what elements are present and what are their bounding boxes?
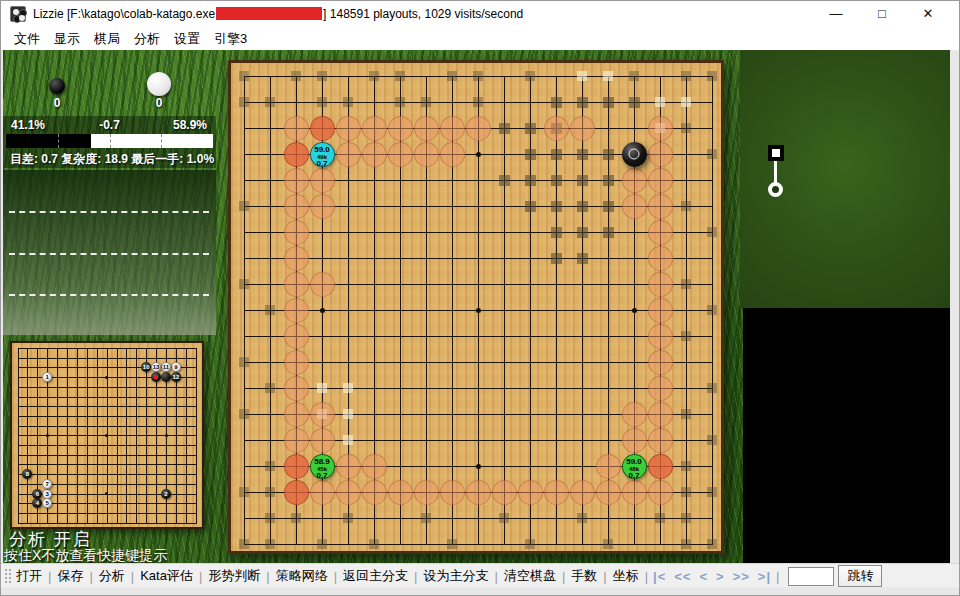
ownership-square-black xyxy=(681,461,691,471)
ownership-square-black xyxy=(265,539,275,549)
policy-suggestion-circle[interactable] xyxy=(648,428,673,453)
menu-bar: 文件显示棋局分析设置引擎3 xyxy=(0,28,960,51)
ownership-square-black xyxy=(681,409,691,419)
ownership-square-black xyxy=(447,71,457,81)
policy-suggestion-circle[interactable] xyxy=(284,402,309,427)
policy-suggestion-circle[interactable] xyxy=(284,220,309,245)
ownership-square-black xyxy=(681,71,691,81)
ownership-square-black xyxy=(525,539,535,549)
toolbar-button-coordinates[interactable]: 坐标 xyxy=(608,567,644,585)
sub-grid-line-h xyxy=(18,455,197,456)
ownership-square-black xyxy=(551,149,562,160)
ownership-square-black xyxy=(577,97,588,108)
move-number-label: 12 xyxy=(173,374,180,380)
policy-suggestion-circle[interactable] xyxy=(284,194,309,219)
policy-suggestion-circle[interactable] xyxy=(336,116,361,141)
white-winrate: 58.9% xyxy=(173,118,207,132)
menu-item-game[interactable]: 棋局 xyxy=(94,28,120,50)
sub-stone-black: 4 xyxy=(32,498,42,508)
toolbar-button-set-main-branch[interactable]: 设为主分支 xyxy=(418,567,493,585)
ownership-square-black xyxy=(525,71,535,81)
ownership-square-white xyxy=(577,71,587,81)
current-move-red-marker xyxy=(154,375,158,379)
ownership-square-black xyxy=(707,435,717,445)
sub-star-point xyxy=(105,492,108,495)
policy-suggestion-circle[interactable] xyxy=(648,116,673,141)
sub-stone-black xyxy=(151,372,161,382)
move-number-label: 3 xyxy=(46,491,49,497)
toolbar-button-policy-network[interactable]: 策略网络 xyxy=(271,567,333,585)
candidate-score: 0.7 xyxy=(311,160,334,168)
lizzie-app-icon xyxy=(10,6,26,22)
policy-suggestion-circle[interactable] xyxy=(648,220,673,245)
ownership-square-black xyxy=(681,279,691,289)
ownership-square-black xyxy=(291,513,301,523)
ownership-square-black xyxy=(577,513,587,523)
policy-suggestion-circle-strong[interactable] xyxy=(284,480,309,505)
toolbar-button-move-number[interactable]: 手数 xyxy=(566,567,602,585)
sub-stone-black: 6 xyxy=(32,489,42,499)
toolbar-separator: | xyxy=(775,569,780,584)
sub-grid-line-h xyxy=(18,474,197,475)
content-area: 0 0 41.1% -0.7 58.9% 目差: 0.7 复杂度: 18.9 最… xyxy=(3,50,950,563)
white-capture-count: 0 xyxy=(144,96,174,110)
ownership-square-black xyxy=(577,175,588,186)
menu-item-analyze[interactable]: 分析 xyxy=(134,28,160,50)
toolbar-button-kata-eval[interactable]: Kata评估 xyxy=(135,567,198,585)
policy-suggestion-circle[interactable] xyxy=(648,168,673,193)
policy-suggestion-circle[interactable] xyxy=(648,298,673,323)
move-number-label: 13 xyxy=(153,364,160,370)
policy-suggestion-circle[interactable] xyxy=(570,116,595,141)
ownership-square-black xyxy=(395,71,405,81)
ownership-square-black xyxy=(447,539,457,549)
policy-suggestion-circle[interactable] xyxy=(310,272,335,297)
ownership-square-black xyxy=(577,149,588,160)
sub-star-point xyxy=(46,434,49,437)
toolbar-nav-back-button[interactable]: < xyxy=(695,569,712,584)
comment-panel[interactable] xyxy=(743,308,950,563)
ownership-square-black xyxy=(499,175,510,186)
menu-item-settings[interactable]: 设置 xyxy=(174,28,200,50)
move-number-label: 7 xyxy=(46,481,49,487)
winrate-bar-black-fill xyxy=(6,134,91,148)
policy-suggestion-circle[interactable] xyxy=(284,272,309,297)
policy-suggestion-circle[interactable] xyxy=(622,194,647,219)
policy-suggestion-circle[interactable] xyxy=(648,376,673,401)
move-number-label: 1 xyxy=(46,374,49,380)
ownership-square-black xyxy=(603,539,613,549)
sub-grid-line-v xyxy=(146,348,147,524)
ownership-square-black xyxy=(525,149,536,160)
menu-item-file[interactable]: 文件 xyxy=(14,28,40,50)
sub-grid-line-h xyxy=(18,445,197,446)
policy-suggestion-circle[interactable] xyxy=(570,480,595,505)
ownership-square-black xyxy=(629,71,639,81)
sub-star-point xyxy=(105,376,108,379)
graph-gridline-25 xyxy=(9,211,209,213)
sub-grid-line-v xyxy=(186,348,187,524)
policy-suggestion-circle[interactable] xyxy=(440,480,465,505)
candidate-winrate: 59.0 xyxy=(623,458,646,466)
ownership-square-black xyxy=(603,97,614,108)
candidate-move-D16[interactable]: 59.049k0.7 xyxy=(310,142,335,167)
policy-suggestion-circle[interactable] xyxy=(362,480,387,505)
ownership-square-black xyxy=(343,97,353,107)
ownership-square-black xyxy=(681,487,691,497)
grid-line-h xyxy=(244,362,713,363)
policy-suggestion-circle[interactable] xyxy=(518,480,543,505)
window-bottom-frame xyxy=(0,587,960,596)
candidate-move-D4[interactable]: 58.945k0.7 xyxy=(310,454,335,479)
ownership-square-black xyxy=(499,513,509,523)
toolbar-nav-forward-button[interactable]: > xyxy=(712,569,729,584)
ownership-square-black xyxy=(239,279,249,289)
policy-suggestion-circle[interactable] xyxy=(648,142,673,167)
move-tree-panel[interactable] xyxy=(740,50,950,308)
toolbar-button-open[interactable]: 打开 xyxy=(11,567,47,585)
ownership-square-black xyxy=(421,513,431,523)
winrate-bar-tick-75 xyxy=(161,134,162,148)
policy-suggestion-circle[interactable] xyxy=(336,480,361,505)
hotkey-hint-text: 按住X不放查看快捷键提示 xyxy=(4,547,167,563)
policy-suggestion-circle[interactable] xyxy=(466,116,491,141)
winrate-bar-tick-50 xyxy=(110,134,111,148)
move-number-label: 8 xyxy=(26,471,29,477)
ownership-square-black xyxy=(317,97,327,107)
ownership-square-white xyxy=(343,383,353,393)
ownership-square-black xyxy=(681,513,691,523)
ownership-square-black xyxy=(265,305,275,315)
ownership-square-black xyxy=(395,97,405,107)
ownership-square-black xyxy=(707,487,717,497)
ownership-square-black xyxy=(603,201,614,212)
main-board[interactable]: 59.049k0.758.945k0.759.048k0.7 xyxy=(228,60,724,554)
policy-suggestion-circle[interactable] xyxy=(622,402,647,427)
policy-suggestion-circle[interactable] xyxy=(284,116,309,141)
ownership-square-black xyxy=(629,97,640,108)
policy-suggestion-circle-strong[interactable] xyxy=(310,116,335,141)
policy-suggestion-circle[interactable] xyxy=(284,376,309,401)
grid-line-v xyxy=(504,76,505,545)
ownership-square-black xyxy=(265,461,275,471)
ownership-square-white xyxy=(603,71,613,81)
policy-suggestion-circle[interactable] xyxy=(414,480,439,505)
policy-suggestion-circle[interactable] xyxy=(362,142,387,167)
policy-suggestion-circle[interactable] xyxy=(596,480,621,505)
toolbar-nav-last-button[interactable]: >| xyxy=(754,569,775,584)
title-bar: Lizzie [F:\katago\colab-katago.exe] 1485… xyxy=(0,0,960,28)
policy-suggestion-circle[interactable] xyxy=(388,116,413,141)
ownership-square-black xyxy=(265,513,275,523)
minimize-button[interactable]: — xyxy=(821,4,851,24)
ownership-square-black xyxy=(291,71,301,81)
policy-suggestion-circle[interactable] xyxy=(648,194,673,219)
ownership-square-black xyxy=(317,71,327,81)
ownership-square-black xyxy=(239,409,249,419)
toolbar-button-analyze[interactable]: 分析 xyxy=(94,567,130,585)
policy-suggestion-circle[interactable] xyxy=(284,168,309,193)
policy-suggestion-circle[interactable] xyxy=(388,480,413,505)
policy-suggestion-circle[interactable] xyxy=(622,428,647,453)
policy-suggestion-circle[interactable] xyxy=(648,324,673,349)
grid-line-h xyxy=(244,388,713,389)
ownership-square-black xyxy=(707,71,717,81)
ownership-square-black xyxy=(577,253,588,264)
move-number-label: 9 xyxy=(174,364,177,370)
ownership-square-black xyxy=(265,97,275,107)
redacted-block xyxy=(216,7,322,20)
ownership-square-black xyxy=(473,97,483,107)
policy-suggestion-circle[interactable] xyxy=(310,168,335,193)
sub-star-point xyxy=(105,434,108,437)
ownership-square-black xyxy=(369,71,379,81)
move-number-label: 5 xyxy=(46,500,49,506)
policy-suggestion-circle[interactable] xyxy=(414,116,439,141)
candidate-winrate: 58.9 xyxy=(311,458,334,466)
policy-suggestion-circle[interactable] xyxy=(284,298,309,323)
ownership-square-black xyxy=(551,97,562,108)
bottom-toolbar: 打开|保存|分析|Kata评估|形势判断|策略网络|返回主分支|设为主分支|清空… xyxy=(0,563,960,588)
policy-suggestion-circle[interactable] xyxy=(596,454,621,479)
sub-stone-black: 2 xyxy=(161,489,171,499)
jump-move-input[interactable] xyxy=(788,567,834,586)
ownership-square-black xyxy=(343,513,353,523)
move-tree-current-node[interactable] xyxy=(768,182,783,197)
ownership-square-black xyxy=(525,175,536,186)
ownership-square-black xyxy=(551,201,562,212)
ownership-square-black xyxy=(707,383,717,393)
toolbar-button-save[interactable]: 保存 xyxy=(52,567,88,585)
ownership-square-black xyxy=(577,227,588,238)
policy-suggestion-circle[interactable] xyxy=(544,116,569,141)
policy-suggestion-circle[interactable] xyxy=(362,116,387,141)
ownership-square-white xyxy=(343,435,353,445)
ownership-square-black xyxy=(681,331,691,341)
grid-line-v xyxy=(530,76,531,545)
ownership-square-black xyxy=(551,175,562,186)
policy-suggestion-circle[interactable] xyxy=(362,454,387,479)
ownership-square-black xyxy=(239,71,249,81)
graph-gridline-50 xyxy=(9,253,209,255)
policy-suggestion-circle-strong[interactable] xyxy=(284,454,309,479)
winrate-bar xyxy=(6,134,213,148)
ownership-square-black xyxy=(239,201,249,211)
sub-grid-line-h xyxy=(18,513,197,514)
policy-suggestion-circle[interactable] xyxy=(648,402,673,427)
ownership-square-black xyxy=(239,487,249,497)
policy-suggestion-circle[interactable] xyxy=(336,142,361,167)
ownership-square-black xyxy=(603,149,614,160)
policy-suggestion-circle[interactable] xyxy=(336,454,361,479)
policy-suggestion-circle[interactable] xyxy=(310,480,335,505)
sub-stone-black xyxy=(161,372,171,382)
star-point xyxy=(476,308,481,313)
move-number-label: 6 xyxy=(36,491,39,497)
sub-stone-white: 9 xyxy=(171,362,181,372)
candidate-move-Q4[interactable]: 59.048k0.7 xyxy=(622,454,647,479)
ownership-square-black xyxy=(239,357,249,367)
policy-suggestion-circle[interactable] xyxy=(440,116,465,141)
sub-stone-white: 3 xyxy=(42,489,52,499)
ownership-square-black xyxy=(525,123,536,134)
maximize-button[interactable]: □ xyxy=(867,4,897,24)
ownership-square-black xyxy=(265,383,275,393)
ownership-square-black xyxy=(473,71,483,81)
stone-black-Q16[interactable] xyxy=(622,142,647,167)
policy-suggestion-circle[interactable] xyxy=(466,480,491,505)
sub-stone-black: 10 xyxy=(141,362,151,372)
policy-suggestion-circle[interactable] xyxy=(648,350,673,375)
policy-suggestion-circle[interactable] xyxy=(284,324,309,349)
sub-stone-white: 7 xyxy=(42,479,52,489)
sub-grid-line-v xyxy=(136,348,137,524)
policy-suggestion-circle[interactable] xyxy=(310,194,335,219)
policy-suggestion-circle[interactable] xyxy=(310,402,335,427)
ownership-square-black xyxy=(239,539,249,549)
ownership-square-black xyxy=(499,123,510,134)
policy-suggestion-circle[interactable] xyxy=(284,246,309,271)
sub-stone-black: 12 xyxy=(171,372,181,382)
toolbar-nav-first-button[interactable]: |< xyxy=(649,569,670,584)
sub-stone-white: 5 xyxy=(42,498,52,508)
sub-stone-black: 8 xyxy=(22,469,32,479)
black-capture-count: 0 xyxy=(42,96,72,110)
star-point xyxy=(320,308,325,313)
ownership-square-black xyxy=(707,149,717,159)
ownership-square-black xyxy=(265,487,275,497)
ownership-square-black xyxy=(681,539,691,549)
move-number-label: 2 xyxy=(164,491,167,497)
ownership-square-black xyxy=(551,253,562,264)
policy-suggestion-circle[interactable] xyxy=(388,142,413,167)
sub-grid-line-v xyxy=(117,348,118,524)
policy-suggestion-circle[interactable] xyxy=(622,168,647,193)
star-point xyxy=(476,464,481,469)
move-number-label: 11 xyxy=(163,364,169,370)
policy-suggestion-circle[interactable] xyxy=(284,350,309,375)
policy-suggestion-circle[interactable] xyxy=(492,480,517,505)
candidate-winrate: 59.0 xyxy=(311,146,334,154)
sub-stone-white: 11 xyxy=(161,362,171,372)
winrate-bar-tick-25 xyxy=(58,134,59,148)
star-point xyxy=(476,152,481,157)
menu-item-view[interactable]: 显示 xyxy=(54,28,80,50)
sub-grid-line-v xyxy=(196,348,197,524)
last-move-marker xyxy=(629,149,640,160)
ownership-square-black xyxy=(681,201,691,211)
sub-star-point xyxy=(165,434,168,437)
policy-suggestion-circle[interactable] xyxy=(622,480,647,505)
ownership-square-white xyxy=(343,409,353,419)
toolbar-button-territory-judge[interactable]: 形势判断 xyxy=(203,567,265,585)
ownership-square-white xyxy=(655,97,665,107)
policy-suggestion-circle[interactable] xyxy=(284,428,309,453)
black-capture-stone-icon xyxy=(49,78,65,94)
policy-suggestion-circle-strong[interactable] xyxy=(284,142,309,167)
ownership-square-white xyxy=(681,97,691,107)
toolbar-nav-forward-10-button[interactable]: >> xyxy=(729,569,754,584)
candidate-score: 0.7 xyxy=(311,472,334,480)
sub-stone-white: 1 xyxy=(42,372,52,382)
ownership-square-black xyxy=(317,539,327,549)
toolbar-drag-handle[interactable] xyxy=(4,568,11,584)
ownership-square-black xyxy=(577,201,588,212)
ownership-square-black xyxy=(421,97,431,107)
ownership-square-black xyxy=(239,97,249,107)
window-title: Lizzie [F:\katago\colab-katago.exe] 1485… xyxy=(33,7,523,21)
analysis-stats: 目差: 0.7 复杂度: 18.9 最后一手: 1.0% xyxy=(10,151,214,168)
ownership-square-black xyxy=(655,513,665,523)
ownership-square-black xyxy=(603,175,614,186)
sub-grid-line-h xyxy=(18,523,197,524)
winrate-graph-panel[interactable] xyxy=(3,170,216,335)
star-point xyxy=(632,308,637,313)
ownership-square-black xyxy=(369,539,379,549)
menu-item-engine3[interactable]: 引擎3 xyxy=(214,28,247,50)
grid-line-v xyxy=(686,76,687,545)
sub-board[interactable]: 12345678910111213 xyxy=(10,341,204,529)
ownership-square-black xyxy=(707,539,717,549)
policy-suggestion-circle-strong[interactable] xyxy=(648,454,673,479)
move-number-label: 4 xyxy=(36,500,39,506)
policy-suggestion-circle[interactable] xyxy=(414,142,439,167)
close-button[interactable]: ✕ xyxy=(913,4,943,24)
toolbar-nav-back-10-button[interactable]: << xyxy=(670,569,695,584)
ownership-square-black xyxy=(525,201,536,212)
policy-suggestion-circle[interactable] xyxy=(648,480,673,505)
policy-suggestion-circle[interactable] xyxy=(544,480,569,505)
candidate-score: 0.7 xyxy=(623,472,646,480)
sub-stone-white: 13 xyxy=(151,362,161,372)
sub-grid-line-v xyxy=(126,348,127,524)
policy-suggestion-circle[interactable] xyxy=(440,142,465,167)
white-capture-stone-icon xyxy=(147,72,171,96)
sub-grid-line-h xyxy=(18,464,197,465)
ownership-square-black xyxy=(681,123,691,133)
grid-line-h xyxy=(244,336,713,337)
grid-line-h xyxy=(244,518,713,519)
ownership-square-white xyxy=(317,383,327,393)
jump-button[interactable]: 跳转 xyxy=(838,565,882,587)
toolbar-button-clear-board[interactable]: 清空棋盘 xyxy=(499,567,561,585)
grid-line-v xyxy=(582,76,583,545)
move-tree-node-black-square[interactable] xyxy=(768,145,784,161)
move-number-label: 10 xyxy=(143,364,150,370)
grid-line-v xyxy=(556,76,557,545)
policy-suggestion-circle[interactable] xyxy=(648,246,673,271)
toolbar-button-return-main-branch[interactable]: 返回主分支 xyxy=(338,567,413,585)
ownership-square-black xyxy=(707,227,717,237)
ownership-square-black xyxy=(551,227,562,238)
policy-suggestion-circle[interactable] xyxy=(648,272,673,297)
graph-gridline-75 xyxy=(9,294,209,296)
grid-line-h xyxy=(244,544,713,545)
policy-suggestion-circle[interactable] xyxy=(310,428,335,453)
ownership-square-black xyxy=(603,227,614,238)
ownership-square-black xyxy=(707,305,717,315)
